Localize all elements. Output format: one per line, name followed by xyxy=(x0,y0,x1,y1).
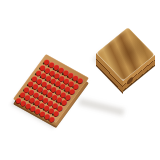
product-photo: ●●●●●●●●●●●●●●●●●●●●●●●●●●●●●●●●●●●●●●●●… xyxy=(0,0,160,160)
box-cast-shadow-streak xyxy=(78,98,124,116)
red-peg[interactable]: ● xyxy=(48,115,57,123)
peg-board: ●●●●●●●●●●●●●●●●●●●●●●●●●●●●●●●●●●●●●●●●… xyxy=(13,54,89,123)
box-thumb-notch xyxy=(127,76,133,86)
board-hole[interactable]: ● xyxy=(48,115,57,123)
